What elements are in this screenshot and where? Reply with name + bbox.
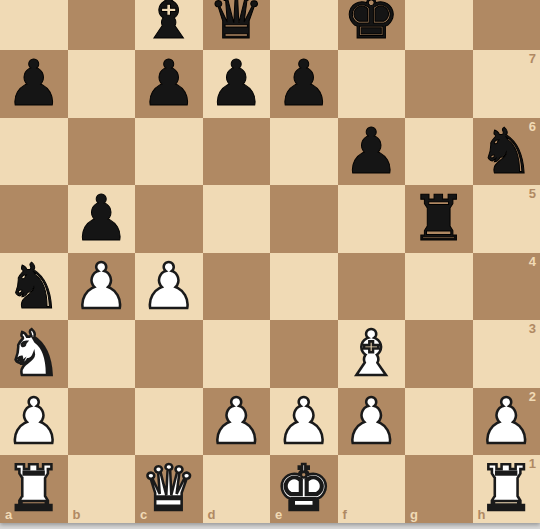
black-rook[interactable]: ♜ [405,185,473,253]
square-e4[interactable] [270,253,338,321]
square-b3[interactable] [68,320,136,388]
square-e8[interactable] [270,0,338,50]
rank-label-4: 4 [529,255,536,268]
square-c4[interactable]: ♟ [135,253,203,321]
file-label-f: f [343,508,347,521]
square-c6[interactable] [135,118,203,186]
black-pawn[interactable]: ♟ [135,50,203,118]
square-e6[interactable] [270,118,338,186]
white-rook[interactable]: ♜ [473,455,540,523]
black-bishop[interactable]: ♝ [135,0,203,50]
square-g6[interactable] [405,118,473,186]
white-pawn[interactable]: ♟ [270,388,338,456]
square-b5[interactable]: ♟ [68,185,136,253]
file-label-g: g [410,508,418,521]
square-f4[interactable] [338,253,406,321]
square-h4[interactable]: 4 [473,253,540,321]
square-a1[interactable]: a♜ [0,455,68,523]
white-pawn[interactable]: ♟ [473,388,540,456]
chess-app-screen: ♝♛♚8♟♟♟♟7♟6♞♟♜5♞♟♟4♞♝3♟♟♟♟2♟a♜bc♛de♚fg1h… [0,0,540,529]
white-pawn[interactable]: ♟ [338,388,406,456]
square-f7[interactable] [338,50,406,118]
square-h6[interactable]: 6♞ [473,118,540,186]
square-c7[interactable]: ♟ [135,50,203,118]
square-f1[interactable]: f [338,455,406,523]
square-d2[interactable]: ♟ [203,388,271,456]
square-b7[interactable] [68,50,136,118]
square-c8[interactable]: ♝ [135,0,203,50]
rank-label-5: 5 [529,187,536,200]
white-pawn[interactable]: ♟ [68,253,136,321]
square-c1[interactable]: c♛ [135,455,203,523]
square-e5[interactable] [270,185,338,253]
square-a6[interactable] [0,118,68,186]
black-knight[interactable]: ♞ [473,118,540,186]
rank-label-7: 7 [529,52,536,65]
square-a8[interactable] [0,0,68,50]
black-pawn[interactable]: ♟ [338,118,406,186]
black-pawn[interactable]: ♟ [270,50,338,118]
square-g5[interactable]: ♜ [405,185,473,253]
square-e1[interactable]: e♚ [270,455,338,523]
square-f5[interactable] [338,185,406,253]
square-c2[interactable] [135,388,203,456]
square-h5[interactable]: 5 [473,185,540,253]
square-f6[interactable]: ♟ [338,118,406,186]
square-d6[interactable] [203,118,271,186]
square-b1[interactable]: b [68,455,136,523]
white-pawn[interactable]: ♟ [203,388,271,456]
square-a4[interactable]: ♞ [0,253,68,321]
square-c3[interactable] [135,320,203,388]
file-label-d: d [208,508,216,521]
square-c5[interactable] [135,185,203,253]
square-h2[interactable]: 2♟ [473,388,540,456]
black-queen[interactable]: ♛ [203,0,271,50]
square-g4[interactable] [405,253,473,321]
square-d8[interactable]: ♛ [203,0,271,50]
square-b4[interactable]: ♟ [68,253,136,321]
square-g1[interactable]: g [405,455,473,523]
white-bishop[interactable]: ♝ [338,320,406,388]
square-h7[interactable]: 7 [473,50,540,118]
black-pawn[interactable]: ♟ [203,50,271,118]
rank-label-3: 3 [529,322,536,335]
square-e3[interactable] [270,320,338,388]
white-knight[interactable]: ♞ [0,320,68,388]
white-pawn[interactable]: ♟ [135,253,203,321]
square-b2[interactable] [68,388,136,456]
square-h8[interactable]: 8 [473,0,540,50]
square-d1[interactable]: d [203,455,271,523]
square-h1[interactable]: 1h♜ [473,455,540,523]
white-rook[interactable]: ♜ [0,455,68,523]
square-g7[interactable] [405,50,473,118]
square-f8[interactable]: ♚ [338,0,406,50]
chess-board: ♝♛♚8♟♟♟♟7♟6♞♟♜5♞♟♟4♞♝3♟♟♟♟2♟a♜bc♛de♚fg1h… [0,0,540,523]
black-pawn[interactable]: ♟ [0,50,68,118]
white-queen[interactable]: ♛ [135,455,203,523]
square-d4[interactable] [203,253,271,321]
square-d5[interactable] [203,185,271,253]
square-g3[interactable] [405,320,473,388]
black-king[interactable]: ♚ [338,0,406,50]
square-f2[interactable]: ♟ [338,388,406,456]
square-a2[interactable]: ♟ [0,388,68,456]
square-a5[interactable] [0,185,68,253]
black-pawn[interactable]: ♟ [68,185,136,253]
file-label-b: b [73,508,81,521]
square-d7[interactable]: ♟ [203,50,271,118]
square-d3[interactable] [203,320,271,388]
square-h3[interactable]: 3 [473,320,540,388]
black-knight[interactable]: ♞ [0,253,68,321]
square-f3[interactable]: ♝ [338,320,406,388]
white-king[interactable]: ♚ [270,455,338,523]
square-e7[interactable]: ♟ [270,50,338,118]
square-b6[interactable] [68,118,136,186]
square-e2[interactable]: ♟ [270,388,338,456]
square-a7[interactable]: ♟ [0,50,68,118]
square-b8[interactable] [68,0,136,50]
white-pawn[interactable]: ♟ [0,388,68,456]
square-a3[interactable]: ♞ [0,320,68,388]
square-g2[interactable] [405,388,473,456]
square-g8[interactable] [405,0,473,50]
